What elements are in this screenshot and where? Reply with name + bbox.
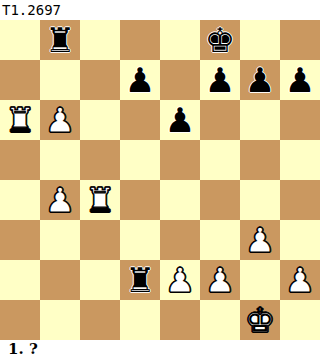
move-prompt: 1. ? [8, 340, 38, 359]
piece-black-pawn[interactable]: ♟ [165, 100, 195, 140]
square-f5[interactable] [200, 140, 240, 180]
square-d2[interactable]: ♜ [120, 260, 160, 300]
square-g7[interactable]: ♟ [240, 60, 280, 100]
square-f3[interactable] [200, 220, 240, 260]
square-g5[interactable] [240, 140, 280, 180]
square-a5[interactable] [0, 140, 40, 180]
square-h3[interactable] [280, 220, 320, 260]
square-c5[interactable] [80, 140, 120, 180]
square-d3[interactable] [120, 220, 160, 260]
square-b7[interactable] [40, 60, 80, 100]
square-b6[interactable]: ♟ [40, 100, 80, 140]
square-c6[interactable] [80, 100, 120, 140]
square-g1[interactable]: ♚ [240, 300, 280, 340]
square-b5[interactable] [40, 140, 80, 180]
piece-black-pawn[interactable]: ♟ [205, 60, 235, 100]
piece-black-pawn[interactable]: ♟ [245, 60, 275, 100]
square-h6[interactable] [280, 100, 320, 140]
chess-board: ♜♚♟♟♟♟♜♟♟♟♜♟♜♟♟♟♚ [0, 20, 320, 340]
square-e7[interactable] [160, 60, 200, 100]
square-g8[interactable] [240, 20, 280, 60]
square-b4[interactable]: ♟ [40, 180, 80, 220]
piece-white-pawn[interactable]: ♟ [245, 220, 275, 260]
square-d4[interactable] [120, 180, 160, 220]
square-b2[interactable] [40, 260, 80, 300]
square-b1[interactable] [40, 300, 80, 340]
square-e3[interactable] [160, 220, 200, 260]
piece-white-pawn[interactable]: ♟ [45, 180, 75, 220]
square-a3[interactable] [0, 220, 40, 260]
square-c7[interactable] [80, 60, 120, 100]
square-e1[interactable] [160, 300, 200, 340]
square-a8[interactable] [0, 20, 40, 60]
piece-black-rook[interactable]: ♜ [125, 260, 155, 300]
square-a7[interactable] [0, 60, 40, 100]
square-e2[interactable]: ♟ [160, 260, 200, 300]
square-g3[interactable]: ♟ [240, 220, 280, 260]
piece-white-king[interactable]: ♚ [245, 300, 275, 340]
square-f6[interactable] [200, 100, 240, 140]
square-a4[interactable] [0, 180, 40, 220]
square-g4[interactable] [240, 180, 280, 220]
square-d1[interactable] [120, 300, 160, 340]
puzzle-id-label: T1.2697 [2, 1, 61, 19]
square-d5[interactable] [120, 140, 160, 180]
square-h1[interactable] [280, 300, 320, 340]
square-d7[interactable]: ♟ [120, 60, 160, 100]
piece-white-rook[interactable]: ♜ [85, 180, 115, 220]
square-d6[interactable] [120, 100, 160, 140]
square-c8[interactable] [80, 20, 120, 60]
piece-white-pawn[interactable]: ♟ [205, 260, 235, 300]
piece-white-rook[interactable]: ♜ [5, 100, 35, 140]
square-f8[interactable]: ♚ [200, 20, 240, 60]
square-a2[interactable] [0, 260, 40, 300]
square-h2[interactable]: ♟ [280, 260, 320, 300]
square-e8[interactable] [160, 20, 200, 60]
piece-white-pawn[interactable]: ♟ [45, 100, 75, 140]
square-h8[interactable] [280, 20, 320, 60]
piece-black-pawn[interactable]: ♟ [285, 60, 315, 100]
square-f7[interactable]: ♟ [200, 60, 240, 100]
square-h7[interactable]: ♟ [280, 60, 320, 100]
square-c1[interactable] [80, 300, 120, 340]
square-h5[interactable] [280, 140, 320, 180]
square-c2[interactable] [80, 260, 120, 300]
square-g6[interactable] [240, 100, 280, 140]
piece-black-pawn[interactable]: ♟ [125, 60, 155, 100]
puzzle-page: T1.2697 ♜♚♟♟♟♟♜♟♟♟♜♟♜♟♟♟♚ 1. ? [0, 0, 320, 360]
square-e4[interactable] [160, 180, 200, 220]
piece-white-pawn[interactable]: ♟ [165, 260, 195, 300]
square-e6[interactable]: ♟ [160, 100, 200, 140]
square-f2[interactable]: ♟ [200, 260, 240, 300]
square-a6[interactable]: ♜ [0, 100, 40, 140]
square-b8[interactable]: ♜ [40, 20, 80, 60]
square-d8[interactable] [120, 20, 160, 60]
square-b3[interactable] [40, 220, 80, 260]
square-f4[interactable] [200, 180, 240, 220]
square-a1[interactable] [0, 300, 40, 340]
square-f1[interactable] [200, 300, 240, 340]
square-g2[interactable] [240, 260, 280, 300]
piece-black-rook[interactable]: ♜ [45, 20, 75, 60]
square-c4[interactable]: ♜ [80, 180, 120, 220]
piece-white-pawn[interactable]: ♟ [285, 260, 315, 300]
piece-black-king[interactable]: ♚ [205, 20, 235, 60]
square-h4[interactable] [280, 180, 320, 220]
square-c3[interactable] [80, 220, 120, 260]
square-e5[interactable] [160, 140, 200, 180]
